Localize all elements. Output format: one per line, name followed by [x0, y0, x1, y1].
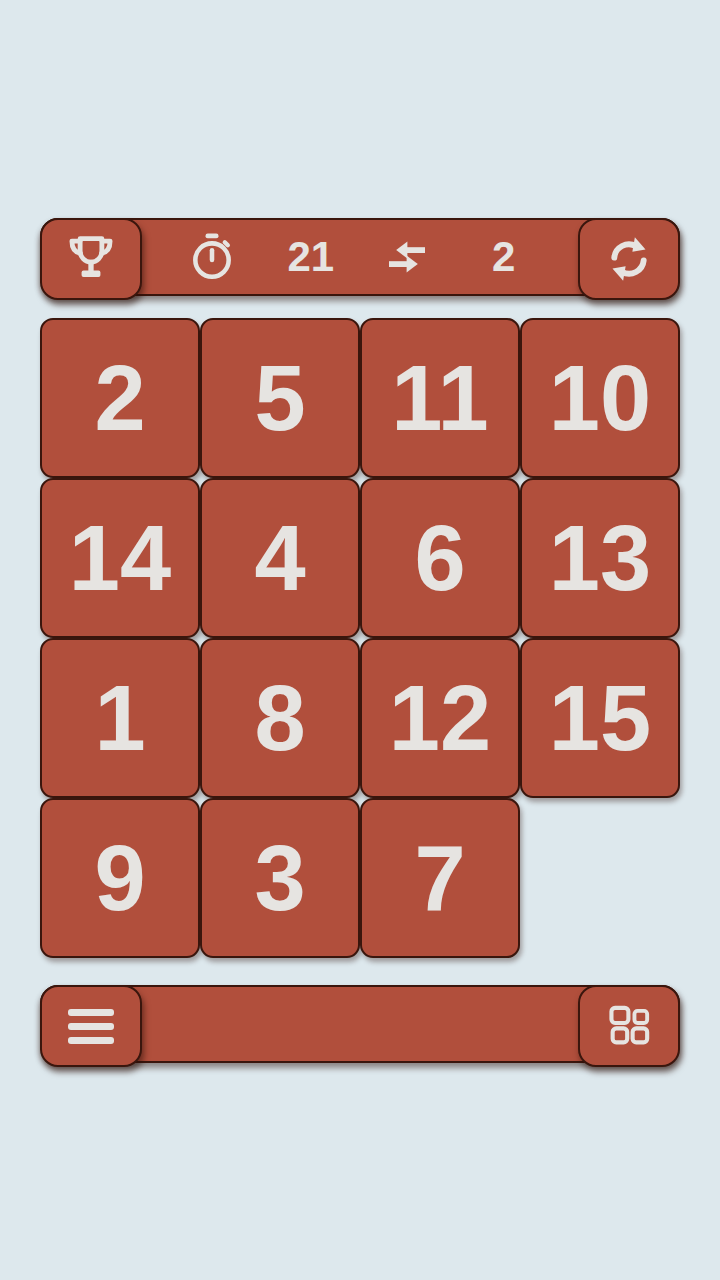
- tile-12[interactable]: 12: [360, 638, 520, 798]
- menu-button[interactable]: [40, 985, 142, 1067]
- hamburger-icon: [68, 1009, 114, 1044]
- tile-14[interactable]: 14: [40, 478, 200, 638]
- timer-value: 21: [281, 233, 341, 281]
- tile-1[interactable]: 1: [40, 638, 200, 798]
- board-select-button[interactable]: [578, 985, 680, 1067]
- empty-cell: [520, 798, 680, 958]
- trophy-icon: [62, 230, 120, 288]
- board: 251110144613181215937: [40, 318, 680, 958]
- tile-5[interactable]: 5: [200, 318, 360, 478]
- tile-11[interactable]: 11: [360, 318, 520, 478]
- tile-8[interactable]: 8: [200, 638, 360, 798]
- restart-button[interactable]: [578, 218, 680, 300]
- tile-3[interactable]: 3: [200, 798, 360, 958]
- leaderboard-button[interactable]: [40, 218, 142, 300]
- tile-2[interactable]: 2: [40, 318, 200, 478]
- tile-13[interactable]: 13: [520, 478, 680, 638]
- grid-dashboard-icon: [606, 1003, 652, 1049]
- stopwatch-icon: [186, 231, 238, 283]
- tile-9[interactable]: 9: [40, 798, 200, 958]
- hud: 21 2: [144, 220, 576, 294]
- tile-7[interactable]: 7: [360, 798, 520, 958]
- tile-15[interactable]: 15: [520, 638, 680, 798]
- tile-4[interactable]: 4: [200, 478, 360, 638]
- tile-10[interactable]: 10: [520, 318, 680, 478]
- compare-arrows-icon: [383, 233, 431, 281]
- top-bar: 21 2: [40, 218, 680, 296]
- refresh-icon: [601, 231, 657, 287]
- bottom-bar: [40, 985, 680, 1063]
- moves-value: 2: [474, 233, 534, 281]
- tile-6[interactable]: 6: [360, 478, 520, 638]
